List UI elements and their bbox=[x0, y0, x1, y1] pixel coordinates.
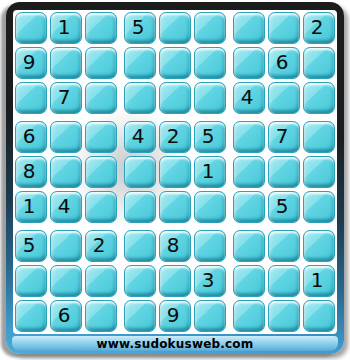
cell-digit: 2 bbox=[311, 17, 324, 37]
cell-r3c7[interactable]: 4 bbox=[233, 82, 265, 114]
cell-r7c5[interactable]: 8 bbox=[159, 230, 191, 262]
cell-r8c3[interactable] bbox=[85, 265, 117, 297]
cell-r5c6[interactable]: 1 bbox=[194, 156, 226, 188]
cell-r3c9[interactable] bbox=[303, 82, 335, 114]
block-r1c3: 264 bbox=[233, 12, 335, 114]
cell-r6c1[interactable]: 1 bbox=[15, 191, 47, 223]
cell-r4c1[interactable]: 6 bbox=[15, 121, 47, 153]
block-r2c2: 4251 bbox=[124, 121, 226, 223]
cell-r4c6[interactable]: 5 bbox=[194, 121, 226, 153]
cell-r4c2[interactable] bbox=[50, 121, 82, 153]
cell-r3c4[interactable] bbox=[124, 82, 156, 114]
cell-r2c3[interactable] bbox=[85, 47, 117, 79]
cell-r7c9[interactable] bbox=[303, 230, 335, 262]
block-r3c2: 839 bbox=[124, 230, 226, 332]
cell-r6c7[interactable] bbox=[233, 191, 265, 223]
block-r2c1: 6814 bbox=[15, 121, 117, 223]
cell-digit: 5 bbox=[276, 196, 289, 216]
cell-r1c7[interactable] bbox=[233, 12, 265, 44]
site-url-text: www.sudokusweb.com bbox=[96, 337, 253, 351]
cell-r5c1[interactable]: 8 bbox=[15, 156, 47, 188]
cell-r6c2[interactable]: 4 bbox=[50, 191, 82, 223]
cell-r8c1[interactable] bbox=[15, 265, 47, 297]
cell-r5c9[interactable] bbox=[303, 156, 335, 188]
block-r3c1: 526 bbox=[15, 230, 117, 332]
cell-r8c5[interactable] bbox=[159, 265, 191, 297]
cell-r8c2[interactable] bbox=[50, 265, 82, 297]
cell-r5c7[interactable] bbox=[233, 156, 265, 188]
cell-r1c9[interactable]: 2 bbox=[303, 12, 335, 44]
cell-r4c7[interactable] bbox=[233, 121, 265, 153]
cell-digit: 7 bbox=[276, 126, 289, 146]
cell-digit: 1 bbox=[23, 196, 36, 216]
cell-r4c3[interactable] bbox=[85, 121, 117, 153]
cell-r9c6[interactable] bbox=[194, 300, 226, 332]
cell-r9c8[interactable] bbox=[268, 300, 300, 332]
cell-r7c1[interactable]: 5 bbox=[15, 230, 47, 262]
cell-digit: 6 bbox=[276, 52, 289, 72]
cell-digit: 1 bbox=[311, 270, 324, 290]
cell-r8c9[interactable]: 1 bbox=[303, 265, 335, 297]
cell-digit: 4 bbox=[58, 196, 71, 216]
cell-r2c9[interactable] bbox=[303, 47, 335, 79]
cell-r9c9[interactable] bbox=[303, 300, 335, 332]
cell-r8c8[interactable] bbox=[268, 265, 300, 297]
block-r1c2: 5 bbox=[124, 12, 226, 114]
cell-r6c9[interactable] bbox=[303, 191, 335, 223]
cell-r7c3[interactable]: 2 bbox=[85, 230, 117, 262]
block-r2c3: 75 bbox=[233, 121, 335, 223]
cell-r1c5[interactable] bbox=[159, 12, 191, 44]
cell-digit: 4 bbox=[241, 87, 254, 107]
cell-digit: 8 bbox=[167, 235, 180, 255]
cell-r6c4[interactable] bbox=[124, 191, 156, 223]
cell-r8c4[interactable] bbox=[124, 265, 156, 297]
cell-r6c5[interactable] bbox=[159, 191, 191, 223]
cell-r3c1[interactable] bbox=[15, 82, 47, 114]
cell-r2c6[interactable] bbox=[194, 47, 226, 79]
cell-r3c3[interactable] bbox=[85, 82, 117, 114]
cell-digit: 6 bbox=[58, 305, 71, 325]
board-frame: 197526468144251755268391 www.sudokusweb.… bbox=[6, 2, 344, 354]
cell-digit: 5 bbox=[23, 235, 36, 255]
cell-r6c3[interactable] bbox=[85, 191, 117, 223]
cell-r5c2[interactable] bbox=[50, 156, 82, 188]
cell-r5c5[interactable] bbox=[159, 156, 191, 188]
cell-r7c4[interactable] bbox=[124, 230, 156, 262]
cell-r1c4[interactable]: 5 bbox=[124, 12, 156, 44]
cell-r9c5[interactable]: 9 bbox=[159, 300, 191, 332]
cell-r4c5[interactable]: 2 bbox=[159, 121, 191, 153]
cell-digit: 6 bbox=[23, 126, 36, 146]
cell-r7c6[interactable] bbox=[194, 230, 226, 262]
cell-r1c6[interactable] bbox=[194, 12, 226, 44]
cell-r9c4[interactable] bbox=[124, 300, 156, 332]
cell-r7c7[interactable] bbox=[233, 230, 265, 262]
cell-r2c7[interactable] bbox=[233, 47, 265, 79]
block-r3c3: 1 bbox=[233, 230, 335, 332]
cell-r1c2[interactable]: 1 bbox=[50, 12, 82, 44]
cell-r6c8[interactable]: 5 bbox=[268, 191, 300, 223]
cell-r3c8[interactable] bbox=[268, 82, 300, 114]
cell-r7c8[interactable] bbox=[268, 230, 300, 262]
cell-r9c1[interactable] bbox=[15, 300, 47, 332]
cell-r5c8[interactable] bbox=[268, 156, 300, 188]
sudoku-board: 197526468144251755268391 bbox=[13, 10, 337, 334]
cell-r5c3[interactable] bbox=[85, 156, 117, 188]
cell-r8c7[interactable] bbox=[233, 265, 265, 297]
cell-digit: 9 bbox=[167, 305, 180, 325]
cell-digit: 2 bbox=[93, 235, 106, 255]
cell-r9c3[interactable] bbox=[85, 300, 117, 332]
cell-digit: 9 bbox=[23, 52, 36, 72]
cell-digit: 5 bbox=[202, 126, 215, 146]
cell-digit: 8 bbox=[23, 161, 36, 181]
cell-r8c6[interactable]: 3 bbox=[194, 265, 226, 297]
cell-r4c8[interactable]: 7 bbox=[268, 121, 300, 153]
cell-r1c3[interactable] bbox=[85, 12, 117, 44]
cell-r6c6[interactable] bbox=[194, 191, 226, 223]
cell-r3c2[interactable]: 7 bbox=[50, 82, 82, 114]
cell-r2c8[interactable]: 6 bbox=[268, 47, 300, 79]
cell-digit: 2 bbox=[167, 126, 180, 146]
cell-r9c7[interactable] bbox=[233, 300, 265, 332]
cell-r3c5[interactable] bbox=[159, 82, 191, 114]
cell-r2c4[interactable] bbox=[124, 47, 156, 79]
site-banner: www.sudokusweb.com bbox=[12, 336, 338, 351]
cell-digit: 4 bbox=[132, 126, 145, 146]
block-r1c1: 197 bbox=[15, 12, 117, 114]
cell-r2c2[interactable] bbox=[50, 47, 82, 79]
cell-digit: 7 bbox=[58, 87, 71, 107]
cell-r2c5[interactable] bbox=[159, 47, 191, 79]
cell-r1c1[interactable] bbox=[15, 12, 47, 44]
cell-r4c4[interactable]: 4 bbox=[124, 121, 156, 153]
cell-digit: 1 bbox=[58, 17, 71, 37]
cell-r5c4[interactable] bbox=[124, 156, 156, 188]
cell-r4c9[interactable] bbox=[303, 121, 335, 153]
cell-digit: 5 bbox=[132, 17, 145, 37]
cell-r3c6[interactable] bbox=[194, 82, 226, 114]
cell-digit: 3 bbox=[202, 270, 215, 290]
cell-r7c2[interactable] bbox=[50, 230, 82, 262]
cell-r9c2[interactable]: 6 bbox=[50, 300, 82, 332]
cell-r2c1[interactable]: 9 bbox=[15, 47, 47, 79]
cell-r1c8[interactable] bbox=[268, 12, 300, 44]
cell-digit: 1 bbox=[202, 161, 215, 181]
